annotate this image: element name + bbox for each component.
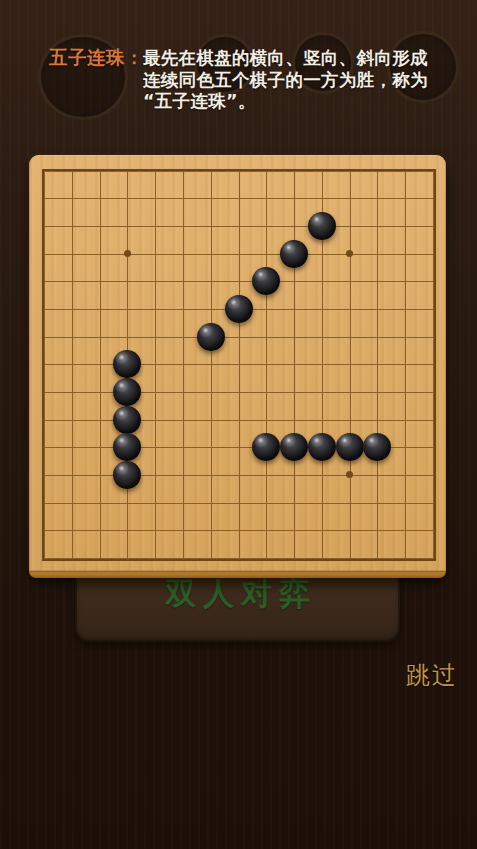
board-cell xyxy=(239,337,267,365)
board-cell xyxy=(100,171,128,199)
two-player-button-label: 双人对弈 xyxy=(158,578,317,609)
board-cell xyxy=(100,198,128,226)
board-cell xyxy=(127,254,155,282)
board-cell xyxy=(72,475,100,503)
board-cell xyxy=(211,254,239,282)
board-cell xyxy=(322,475,350,503)
board-cell xyxy=(350,530,378,558)
board-cell xyxy=(239,226,267,254)
board-cell xyxy=(377,309,405,337)
board-cell xyxy=(127,198,155,226)
board-cell xyxy=(72,337,100,365)
board-cell xyxy=(44,254,72,282)
board-cell xyxy=(183,198,211,226)
board-cell xyxy=(377,392,405,420)
board-cell xyxy=(183,309,211,337)
board-cell xyxy=(239,309,267,337)
board-cell xyxy=(405,503,433,531)
board-cell xyxy=(239,198,267,226)
board-cell xyxy=(322,171,350,199)
board-cell xyxy=(266,309,294,337)
board-cell xyxy=(239,364,267,392)
board-cell xyxy=(72,364,100,392)
board-cell xyxy=(183,392,211,420)
board-cell xyxy=(183,254,211,282)
board-cell xyxy=(294,420,322,448)
board-cell xyxy=(211,171,239,199)
board-cell xyxy=(72,171,100,199)
board-cell xyxy=(350,198,378,226)
board-cell xyxy=(377,281,405,309)
board-cell xyxy=(155,530,183,558)
board-cell xyxy=(350,364,378,392)
board-cell xyxy=(183,226,211,254)
board-cell xyxy=(294,226,322,254)
skip-button[interactable]: 跳过 xyxy=(406,659,458,691)
board-cell xyxy=(155,309,183,337)
board-cell xyxy=(211,530,239,558)
board-cell xyxy=(44,503,72,531)
board-cell xyxy=(377,171,405,199)
board-cell xyxy=(322,309,350,337)
board-cell xyxy=(100,254,128,282)
board-cell xyxy=(211,281,239,309)
board-cell xyxy=(211,447,239,475)
board-cell xyxy=(183,337,211,365)
board-cell xyxy=(127,475,155,503)
board-cell xyxy=(100,337,128,365)
board-cell xyxy=(266,281,294,309)
board-cell xyxy=(266,226,294,254)
board-cell xyxy=(377,364,405,392)
board-cell xyxy=(183,475,211,503)
board-cell xyxy=(377,226,405,254)
board-cell xyxy=(350,392,378,420)
board-cell xyxy=(322,392,350,420)
board-cell xyxy=(350,503,378,531)
board-cell xyxy=(377,447,405,475)
board-cell xyxy=(44,281,72,309)
board-cell xyxy=(294,281,322,309)
board-cell xyxy=(72,309,100,337)
board-cell xyxy=(239,447,267,475)
board-cell xyxy=(266,337,294,365)
board-cell xyxy=(100,226,128,254)
board-cell xyxy=(183,503,211,531)
board-cell xyxy=(350,254,378,282)
board-cell xyxy=(183,447,211,475)
board-cell xyxy=(405,309,433,337)
board-cell xyxy=(183,420,211,448)
board-cell xyxy=(322,254,350,282)
board-cell xyxy=(322,530,350,558)
board-cell xyxy=(72,503,100,531)
board-cell xyxy=(266,171,294,199)
board-cell xyxy=(294,530,322,558)
board-cell xyxy=(127,281,155,309)
tutorial-screen: 五子连珠： 最先在棋盘的横向、竖向、斜向形成 连续同色五个棋子的一方为胜，称为 … xyxy=(0,0,477,849)
board-cell xyxy=(155,475,183,503)
board-cell xyxy=(266,364,294,392)
board-cell xyxy=(100,503,128,531)
board-cell xyxy=(322,364,350,392)
board-cell xyxy=(127,226,155,254)
board-cell xyxy=(155,254,183,282)
board-cell xyxy=(405,171,433,199)
board-cell xyxy=(266,254,294,282)
board-cell xyxy=(211,226,239,254)
board-cell xyxy=(155,447,183,475)
board-cell xyxy=(266,420,294,448)
rule-title: 五子连珠： xyxy=(49,45,144,70)
board-cell xyxy=(127,337,155,365)
board-cell xyxy=(377,337,405,365)
board-cell xyxy=(294,503,322,531)
board-cell xyxy=(100,309,128,337)
board-cell xyxy=(350,281,378,309)
board-cell xyxy=(127,171,155,199)
board-cell xyxy=(183,530,211,558)
board-cell xyxy=(239,475,267,503)
board-cell xyxy=(127,364,155,392)
board-cell xyxy=(377,198,405,226)
board-cell xyxy=(266,447,294,475)
board-cell xyxy=(266,475,294,503)
board-cell xyxy=(294,337,322,365)
board-cell xyxy=(322,281,350,309)
board-cell xyxy=(155,198,183,226)
board-cell xyxy=(266,503,294,531)
board-cell xyxy=(294,198,322,226)
board-cell xyxy=(100,420,128,448)
board-cell xyxy=(239,503,267,531)
board-cell xyxy=(377,420,405,448)
board-cell xyxy=(44,171,72,199)
board-cell xyxy=(377,530,405,558)
board-cell xyxy=(405,392,433,420)
board-cell xyxy=(405,420,433,448)
board-cell xyxy=(239,254,267,282)
board-cell xyxy=(350,337,378,365)
board-cell xyxy=(44,447,72,475)
board-cell xyxy=(294,392,322,420)
board-cell xyxy=(72,198,100,226)
board-cell xyxy=(405,254,433,282)
board-cell xyxy=(127,447,155,475)
board-cell xyxy=(239,420,267,448)
board-cell xyxy=(322,337,350,365)
board-cell xyxy=(294,364,322,392)
board-cell xyxy=(294,171,322,199)
board-edge xyxy=(29,571,446,578)
board-cell xyxy=(44,475,72,503)
board-cell xyxy=(211,198,239,226)
rule-text-line-1: 最先在棋盘的横向、竖向、斜向形成 xyxy=(143,46,428,70)
board-cell xyxy=(100,364,128,392)
board-grid[interactable] xyxy=(44,171,434,560)
board-cell xyxy=(72,226,100,254)
board-cell xyxy=(44,364,72,392)
board-cell xyxy=(127,309,155,337)
board-cell xyxy=(322,447,350,475)
board-cell xyxy=(44,530,72,558)
board-cell xyxy=(211,309,239,337)
board-cell xyxy=(350,226,378,254)
board-cell xyxy=(405,475,433,503)
rule-text-line-2: 连续同色五个棋子的一方为胜，称为 xyxy=(143,68,428,92)
board-cell xyxy=(266,530,294,558)
board-cell xyxy=(294,254,322,282)
board-cell xyxy=(127,530,155,558)
board-cell xyxy=(350,171,378,199)
board-cell xyxy=(239,530,267,558)
board-cell xyxy=(155,337,183,365)
board-cell xyxy=(350,475,378,503)
board-cell xyxy=(405,198,433,226)
board-cell xyxy=(155,420,183,448)
board-cell xyxy=(405,226,433,254)
board-cell xyxy=(211,392,239,420)
board-cell xyxy=(183,171,211,199)
board-cell xyxy=(266,198,294,226)
board-cell xyxy=(72,447,100,475)
board-cell xyxy=(405,337,433,365)
board-cell xyxy=(294,309,322,337)
board-cell xyxy=(155,503,183,531)
board-cell xyxy=(100,392,128,420)
board-cell xyxy=(155,392,183,420)
board-cell xyxy=(72,392,100,420)
board-cell xyxy=(44,392,72,420)
board-cell xyxy=(155,364,183,392)
board-cell xyxy=(155,226,183,254)
board-cell xyxy=(350,420,378,448)
board-cell xyxy=(183,364,211,392)
board-cell xyxy=(266,392,294,420)
board-cell xyxy=(322,503,350,531)
board-cell xyxy=(44,309,72,337)
board-cell xyxy=(322,198,350,226)
board-cell xyxy=(239,171,267,199)
board-cell xyxy=(44,226,72,254)
board-cell xyxy=(350,447,378,475)
board-cell xyxy=(72,254,100,282)
board-cell xyxy=(350,309,378,337)
board-cell xyxy=(100,447,128,475)
board-cell xyxy=(72,420,100,448)
board-cell xyxy=(72,281,100,309)
board-cell xyxy=(72,530,100,558)
rule-text-line-3: “五子连珠”。 xyxy=(143,89,256,113)
board-cell xyxy=(211,364,239,392)
board-cell xyxy=(44,198,72,226)
board-cell xyxy=(155,171,183,199)
board-cell xyxy=(211,420,239,448)
board-cell xyxy=(100,475,128,503)
board-cell xyxy=(294,475,322,503)
board-cell xyxy=(127,420,155,448)
board-cell xyxy=(44,420,72,448)
game-board xyxy=(29,155,446,578)
board-cell xyxy=(239,281,267,309)
board-cell xyxy=(44,337,72,365)
board-cell xyxy=(405,530,433,558)
board-face xyxy=(29,155,446,571)
board-cell xyxy=(322,226,350,254)
board-cell xyxy=(294,447,322,475)
board-cell xyxy=(211,475,239,503)
board-cell xyxy=(405,447,433,475)
board-cell xyxy=(127,392,155,420)
board-cell xyxy=(377,254,405,282)
board-cell xyxy=(377,503,405,531)
board-cell xyxy=(405,281,433,309)
board-cell xyxy=(405,364,433,392)
board-cell xyxy=(211,337,239,365)
board-cell xyxy=(211,503,239,531)
board-cell xyxy=(100,530,128,558)
board-cell xyxy=(239,392,267,420)
board-cell xyxy=(100,281,128,309)
board-cell xyxy=(183,281,211,309)
board-cell xyxy=(155,281,183,309)
board-cell xyxy=(377,475,405,503)
board-cell xyxy=(322,420,350,448)
board-cell xyxy=(127,503,155,531)
